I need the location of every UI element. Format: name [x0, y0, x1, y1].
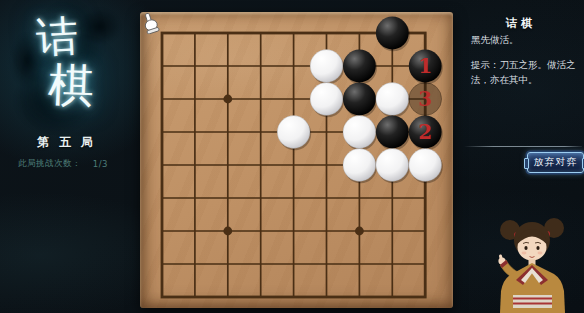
calligraphy-char-1: 诘 — [35, 15, 79, 59]
go-board-grid[interactable]: 123 — [140, 12, 453, 308]
panel-title: 诘棋 — [462, 16, 576, 31]
abandon-game-button[interactable]: 放弃对弈 — [527, 152, 584, 173]
svg-text:3: 3 — [418, 87, 432, 111]
svg-text:1: 1 — [418, 54, 432, 78]
round-label: 第五局 — [0, 134, 130, 151]
attempts-value: 1/3 — [93, 159, 108, 169]
panel-divider — [464, 146, 582, 147]
puzzle-hint: 提示：刀五之形。做活之法，亦在其中。 — [471, 58, 579, 87]
attempts-row: 此局挑战次数： 1/3 — [18, 158, 108, 170]
girl-character-illustration — [480, 213, 584, 313]
svg-text:2: 2 — [418, 120, 432, 144]
calligraphy-char-2: 棋 — [47, 61, 95, 109]
puzzle-objective: 黑先做活。 — [471, 34, 581, 47]
left-panel: 诘 棋 第五局 此局挑战次数： 1/3 — [0, 0, 138, 313]
go-board[interactable]: 123 — [140, 12, 453, 308]
attempts-label: 此局挑战次数： — [18, 158, 81, 170]
